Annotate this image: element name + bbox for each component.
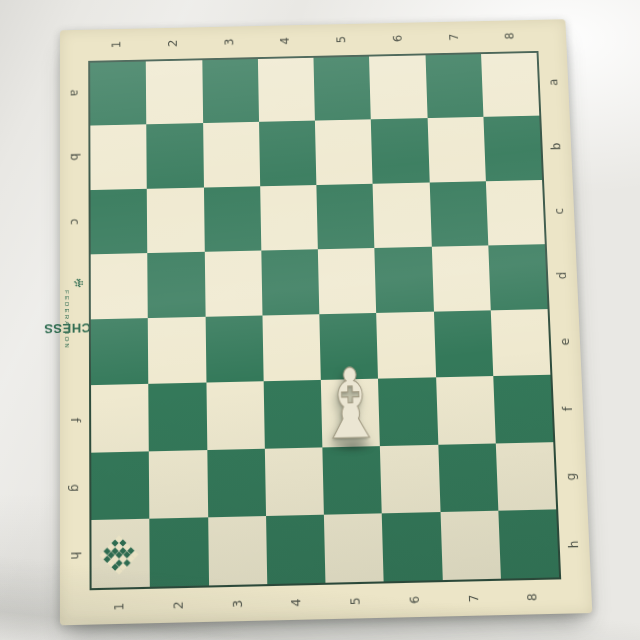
board-mat: 12345678 abcfghUS CHESSFEDERATION bbox=[60, 19, 592, 625]
square-a6[interactable] bbox=[369, 55, 427, 119]
bottom-label-7: 7 bbox=[456, 568, 492, 629]
coords-left: abcfghUS CHESSFEDERATION bbox=[60, 61, 90, 591]
right-label-e: e bbox=[532, 327, 600, 357]
right-label-f: f bbox=[534, 393, 602, 424]
bottom-label-4: 4 bbox=[279, 572, 314, 633]
square-f3[interactable] bbox=[206, 381, 265, 449]
square-d4[interactable] bbox=[261, 249, 319, 315]
square-a1[interactable] bbox=[90, 61, 146, 125]
square-c3[interactable] bbox=[203, 186, 261, 252]
square-b5[interactable] bbox=[315, 120, 373, 185]
square-c2[interactable] bbox=[147, 187, 204, 253]
right-label-d: d bbox=[529, 261, 597, 291]
square-a7[interactable] bbox=[425, 54, 483, 118]
right-label-c: c bbox=[526, 196, 593, 226]
bottom-label-6: 6 bbox=[397, 570, 433, 631]
bottom-label-3: 3 bbox=[220, 574, 255, 635]
square-b3[interactable] bbox=[203, 122, 260, 187]
square-a2[interactable] bbox=[146, 60, 203, 124]
square-d2[interactable] bbox=[147, 252, 205, 319]
bottom-label-1: 1 bbox=[102, 576, 136, 637]
chessboard: 12345678 abcfghUS CHESSFEDERATION bbox=[60, 19, 592, 625]
square-b6[interactable] bbox=[371, 118, 429, 183]
board-grid bbox=[88, 51, 561, 590]
square-c4[interactable] bbox=[260, 185, 318, 251]
square-f4[interactable] bbox=[263, 380, 322, 448]
square-g7[interactable] bbox=[438, 443, 498, 512]
square-g1[interactable] bbox=[91, 451, 149, 520]
right-label-b: b bbox=[523, 131, 590, 160]
square-a4[interactable] bbox=[258, 58, 315, 122]
square-c1[interactable] bbox=[91, 188, 148, 254]
square-b1[interactable] bbox=[90, 125, 147, 190]
piece-white-bishop-f5[interactable]: ♝ bbox=[315, 356, 387, 454]
bottom-label-5: 5 bbox=[338, 571, 373, 632]
square-f1[interactable] bbox=[91, 384, 149, 452]
right-label-a: a bbox=[521, 68, 587, 97]
right-label-g: g bbox=[537, 461, 606, 492]
us-chess-logo-line: US CHESS bbox=[71, 277, 86, 363]
coords-bottom: 12345678 bbox=[90, 579, 563, 624]
square-e6[interactable] bbox=[376, 312, 435, 379]
board-grid-area: ♝ bbox=[88, 51, 561, 590]
square-g4[interactable] bbox=[265, 447, 324, 516]
square-f7[interactable] bbox=[436, 376, 496, 444]
square-g6[interactable] bbox=[380, 444, 440, 513]
square-c7[interactable] bbox=[429, 181, 488, 247]
square-e1[interactable] bbox=[91, 318, 149, 385]
photo-scene: 12345678 abcfghUS CHESSFEDERATION bbox=[0, 0, 640, 640]
square-e2[interactable] bbox=[148, 317, 206, 384]
bottom-label-8: 8 bbox=[514, 567, 550, 628]
us-chess-small-knight-icon bbox=[72, 277, 84, 289]
square-e4[interactable] bbox=[262, 314, 321, 381]
square-d1[interactable] bbox=[91, 253, 148, 320]
square-c5[interactable] bbox=[316, 183, 374, 249]
square-b2[interactable] bbox=[147, 123, 204, 188]
square-g3[interactable] bbox=[207, 448, 266, 517]
square-b4[interactable] bbox=[259, 121, 317, 186]
square-a3[interactable] bbox=[202, 59, 259, 123]
square-d7[interactable] bbox=[431, 245, 490, 311]
square-c6[interactable] bbox=[373, 182, 432, 248]
square-d3[interactable] bbox=[204, 250, 262, 317]
square-a5[interactable] bbox=[313, 57, 371, 121]
square-b7[interactable] bbox=[427, 117, 485, 182]
square-e3[interactable] bbox=[205, 316, 263, 383]
square-e7[interactable] bbox=[433, 310, 493, 377]
square-f6[interactable] bbox=[378, 378, 438, 446]
us-chess-federation-logo: US CHESSFEDERATION bbox=[63, 255, 86, 384]
square-d5[interactable] bbox=[318, 248, 377, 314]
us-chess-knight-mosaic-icon bbox=[98, 534, 139, 576]
square-d6[interactable] bbox=[375, 246, 434, 312]
bottom-label-2: 2 bbox=[161, 575, 195, 636]
square-g2[interactable] bbox=[149, 450, 208, 519]
right-label-h: h bbox=[540, 529, 609, 560]
square-f2[interactable] bbox=[149, 383, 207, 451]
